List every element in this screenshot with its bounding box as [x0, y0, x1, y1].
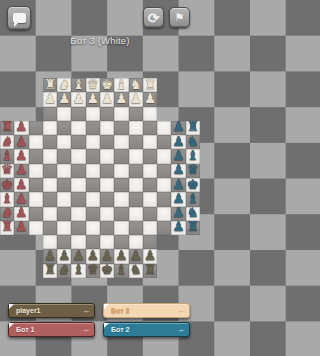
square	[186, 249, 200, 263]
square[interactable]	[29, 121, 43, 135]
square[interactable]	[100, 192, 114, 206]
piece-bN[interactable]: ♞	[187, 206, 199, 219]
piece-wP[interactable]: ♟	[44, 92, 56, 105]
piece-rB[interactable]: ♝	[1, 149, 13, 162]
square[interactable]: ♜	[0, 221, 14, 235]
square[interactable]	[114, 135, 128, 149]
square[interactable]	[43, 149, 57, 163]
square[interactable]	[71, 107, 85, 121]
square[interactable]: ♝	[114, 264, 128, 278]
square[interactable]	[100, 178, 114, 192]
square[interactable]	[57, 121, 71, 135]
square	[14, 235, 28, 249]
square	[157, 235, 171, 249]
piece-bQ[interactable]: ♛	[187, 163, 199, 176]
piece-wR[interactable]: ♜	[144, 78, 156, 91]
player-bar-player1[interactable]: player1 -+-	[8, 303, 95, 318]
square[interactable]	[71, 192, 85, 206]
square[interactable]	[114, 192, 128, 206]
square[interactable]	[86, 178, 100, 192]
piece-bP[interactable]: ♟	[173, 178, 185, 191]
square[interactable]	[143, 178, 157, 192]
square[interactable]	[114, 164, 128, 178]
square[interactable]	[29, 149, 43, 163]
square[interactable]	[71, 135, 85, 149]
square[interactable]	[71, 149, 85, 163]
chat-button[interactable]	[7, 6, 31, 30]
square[interactable]	[29, 192, 43, 206]
square[interactable]: ♟	[129, 92, 143, 106]
square[interactable]	[71, 221, 85, 235]
piece-wP[interactable]: ♟	[101, 92, 113, 105]
square[interactable]: ♟	[14, 221, 28, 235]
square[interactable]	[100, 207, 114, 221]
piece-rR[interactable]: ♜	[1, 220, 13, 233]
square[interactable]	[71, 178, 85, 192]
square	[0, 78, 14, 92]
square[interactable]	[129, 121, 143, 135]
piece-bB[interactable]: ♝	[187, 192, 199, 205]
square[interactable]	[129, 149, 143, 163]
flag-icon: ⚑	[175, 11, 185, 24]
piece-rN[interactable]: ♞	[1, 206, 13, 219]
square	[14, 92, 28, 106]
square	[157, 249, 171, 263]
square[interactable]	[86, 149, 100, 163]
piece-gB[interactable]: ♝	[73, 263, 85, 276]
piece-gP[interactable]: ♟	[115, 249, 127, 262]
piece-gB[interactable]: ♝	[115, 263, 127, 276]
square[interactable]	[43, 107, 57, 121]
restart-button[interactable]: ⟳	[143, 7, 164, 28]
player-name: Бот 1	[9, 326, 34, 333]
piece-rP[interactable]: ♟	[15, 149, 27, 162]
square[interactable]	[86, 164, 100, 178]
square	[29, 235, 43, 249]
board[interactable]: ♜♞♝♛♚♝♞♜♟♟♟♟♟♟♟♟♜♟♟♜♞♟♟♞♝♟♟♝♛♟♟♛♚♟♟♚♝♟♟♝…	[0, 78, 200, 278]
square[interactable]: ♜	[143, 264, 157, 278]
piece-bN[interactable]: ♞	[187, 135, 199, 148]
square[interactable]	[29, 135, 43, 149]
square[interactable]	[86, 107, 100, 121]
square[interactable]: ♟	[114, 92, 128, 106]
square[interactable]	[71, 121, 85, 135]
piece-rQ[interactable]: ♛	[1, 163, 13, 176]
piece-gP[interactable]: ♟	[44, 249, 56, 262]
piece-wK[interactable]: ♚	[101, 78, 113, 91]
square[interactable]	[143, 121, 157, 135]
square[interactable]	[86, 192, 100, 206]
square[interactable]	[29, 221, 43, 235]
piece-wP[interactable]: ♟	[144, 92, 156, 105]
square	[171, 78, 185, 92]
square[interactable]	[57, 149, 71, 163]
piece-gP[interactable]: ♟	[130, 249, 142, 262]
square	[186, 78, 200, 92]
square	[0, 249, 14, 263]
square[interactable]	[129, 221, 143, 235]
square[interactable]	[57, 207, 71, 221]
square	[14, 78, 28, 92]
square	[29, 78, 43, 92]
piece-rP[interactable]: ♟	[15, 163, 27, 176]
square[interactable]	[143, 135, 157, 149]
square[interactable]	[29, 164, 43, 178]
square[interactable]	[143, 107, 157, 121]
square[interactable]	[100, 149, 114, 163]
square[interactable]	[43, 121, 57, 135]
square[interactable]	[100, 121, 114, 135]
square[interactable]	[114, 149, 128, 163]
piece-wB[interactable]: ♝	[73, 78, 85, 91]
square[interactable]	[57, 135, 71, 149]
square[interactable]	[157, 207, 171, 221]
square[interactable]	[43, 164, 57, 178]
square[interactable]	[157, 121, 171, 135]
square[interactable]	[129, 135, 143, 149]
piece-wQ[interactable]: ♛	[87, 78, 99, 91]
circular-arrows-icon: ⟳	[148, 10, 160, 26]
piece-bR[interactable]: ♜	[187, 220, 199, 233]
piece-rK[interactable]: ♚	[1, 178, 13, 191]
player-name: player1	[9, 307, 41, 314]
piece-bK[interactable]: ♚	[187, 178, 199, 191]
square[interactable]	[57, 221, 71, 235]
square	[14, 264, 28, 278]
square	[171, 92, 185, 106]
square[interactable]	[71, 207, 85, 221]
square[interactable]	[143, 149, 157, 163]
square[interactable]	[114, 121, 128, 135]
square[interactable]	[129, 164, 143, 178]
piece-wP[interactable]: ♟	[73, 92, 85, 105]
square[interactable]: ♚	[100, 264, 114, 278]
piece-gP[interactable]: ♟	[73, 249, 85, 262]
player-options-icon[interactable]: -+-	[178, 327, 189, 333]
square[interactable]	[143, 192, 157, 206]
square	[157, 78, 171, 92]
piece-bP[interactable]: ♟	[173, 120, 185, 133]
square[interactable]	[157, 221, 171, 235]
square	[0, 264, 14, 278]
square	[29, 249, 43, 263]
piece-gN[interactable]: ♞	[130, 263, 142, 276]
square	[29, 264, 43, 278]
square[interactable]	[157, 135, 171, 149]
square[interactable]	[100, 164, 114, 178]
player-name: Бот 2	[104, 326, 129, 333]
piece-rP[interactable]: ♟	[15, 220, 27, 233]
square[interactable]	[114, 221, 128, 235]
player-bar-bot1[interactable]: Бот 1 -+-	[8, 322, 95, 337]
square[interactable]: ♞	[129, 264, 143, 278]
piece-rP[interactable]: ♟	[15, 192, 27, 205]
square[interactable]	[143, 207, 157, 221]
piece-gR[interactable]: ♜	[144, 263, 156, 276]
square[interactable]	[43, 192, 57, 206]
square[interactable]: ♟	[57, 92, 71, 106]
square[interactable]	[57, 107, 71, 121]
square	[171, 264, 185, 278]
square[interactable]	[114, 107, 128, 121]
player-options-icon[interactable]: -+-	[83, 308, 94, 314]
piece-wP[interactable]: ♟	[58, 92, 70, 105]
square	[186, 264, 200, 278]
resign-flag-button[interactable]: ⚑	[169, 7, 190, 28]
piece-bP[interactable]: ♟	[173, 220, 185, 233]
square[interactable]	[100, 135, 114, 149]
square[interactable]: ♟	[143, 92, 157, 106]
square[interactable]	[129, 192, 143, 206]
player-options-icon[interactable]: -+-	[83, 327, 94, 333]
piece-gN[interactable]: ♞	[58, 263, 70, 276]
square[interactable]	[43, 207, 57, 221]
square	[171, 235, 185, 249]
square[interactable]	[114, 178, 128, 192]
piece-bP[interactable]: ♟	[173, 149, 185, 162]
piece-gP[interactable]: ♟	[58, 249, 70, 262]
square[interactable]: ♛	[86, 264, 100, 278]
square[interactable]: ♟	[43, 92, 57, 106]
player-options-icon[interactable]: -+-	[178, 308, 189, 314]
square[interactable]	[43, 135, 57, 149]
piece-gQ[interactable]: ♛	[87, 263, 99, 276]
square[interactable]: ♜	[43, 264, 57, 278]
square	[171, 249, 185, 263]
piece-bP[interactable]: ♟	[173, 206, 185, 219]
piece-wR[interactable]: ♜	[44, 78, 56, 91]
piece-rN[interactable]: ♞	[1, 135, 13, 148]
piece-gP[interactable]: ♟	[101, 249, 113, 262]
square[interactable]	[143, 221, 157, 235]
square[interactable]	[157, 164, 171, 178]
piece-rB[interactable]: ♝	[1, 192, 13, 205]
piece-gK[interactable]: ♚	[101, 263, 113, 276]
piece-bB[interactable]: ♝	[187, 149, 199, 162]
square	[157, 264, 171, 278]
piece-gP[interactable]: ♟	[87, 249, 99, 262]
square	[186, 92, 200, 106]
piece-wP[interactable]: ♟	[130, 92, 142, 105]
square[interactable]	[86, 121, 100, 135]
square[interactable]	[71, 164, 85, 178]
square[interactable]	[29, 178, 43, 192]
square[interactable]	[86, 135, 100, 149]
square[interactable]	[129, 178, 143, 192]
square[interactable]	[157, 178, 171, 192]
piece-wN[interactable]: ♞	[58, 78, 70, 91]
square	[157, 92, 171, 106]
speech-bubble-icon	[13, 13, 26, 23]
piece-gP[interactable]: ♟	[144, 249, 156, 262]
square[interactable]	[43, 178, 57, 192]
piece-wN[interactable]: ♞	[130, 78, 142, 91]
piece-rP[interactable]: ♟	[15, 120, 27, 133]
square[interactable]	[129, 207, 143, 221]
square	[157, 107, 171, 121]
square[interactable]	[143, 164, 157, 178]
square[interactable]: ♝	[71, 264, 85, 278]
piece-rR[interactable]: ♜	[1, 120, 13, 133]
square	[0, 92, 14, 106]
square	[14, 249, 28, 263]
piece-wB[interactable]: ♝	[115, 78, 127, 91]
square	[0, 235, 14, 249]
square	[29, 92, 43, 106]
player-bar-bot2[interactable]: Бот 2 -+-	[103, 322, 190, 337]
square[interactable]	[43, 221, 57, 235]
square[interactable]: ♟	[171, 221, 185, 235]
piece-gR[interactable]: ♜	[44, 263, 56, 276]
piece-rP[interactable]: ♟	[15, 178, 27, 191]
square[interactable]	[57, 164, 71, 178]
piece-wP[interactable]: ♟	[87, 92, 99, 105]
square[interactable]: ♟	[100, 92, 114, 106]
square[interactable]	[114, 207, 128, 221]
square[interactable]	[86, 207, 100, 221]
piece-bR[interactable]: ♜	[187, 120, 199, 133]
piece-rP[interactable]: ♟	[15, 135, 27, 148]
square	[186, 235, 200, 249]
piece-rP[interactable]: ♟	[15, 206, 27, 219]
player-name: Бот 3	[104, 307, 129, 314]
piece-wP[interactable]: ♟	[115, 92, 127, 105]
square[interactable]	[29, 207, 43, 221]
square[interactable]	[157, 192, 171, 206]
square[interactable]: ♞	[57, 264, 71, 278]
turn-indicator: Бот 3 (White)	[0, 35, 200, 46]
square[interactable]	[100, 107, 114, 121]
player-bar-bot3[interactable]: Бот 3 -+-	[103, 303, 190, 318]
square[interactable]	[129, 107, 143, 121]
square[interactable]	[157, 149, 171, 163]
piece-bP[interactable]: ♟	[173, 192, 185, 205]
square[interactable]	[100, 221, 114, 235]
square[interactable]: ♟	[71, 92, 85, 106]
square[interactable]	[57, 178, 71, 192]
square[interactable]: ♟	[86, 92, 100, 106]
piece-bP[interactable]: ♟	[173, 163, 185, 176]
square[interactable]	[57, 192, 71, 206]
square[interactable]: ♜	[186, 221, 200, 235]
piece-bP[interactable]: ♟	[173, 135, 185, 148]
square	[29, 107, 43, 121]
square[interactable]	[86, 221, 100, 235]
